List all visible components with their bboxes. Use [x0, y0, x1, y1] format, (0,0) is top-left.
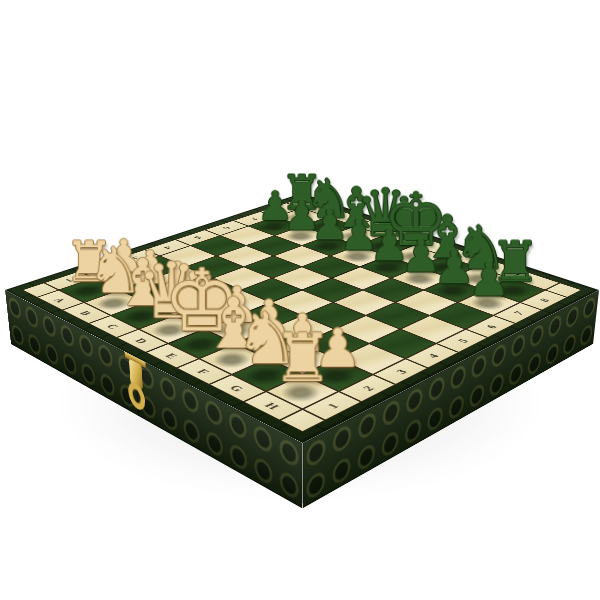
- label-cell: 2: [339, 375, 396, 402]
- square-c2: [146, 290, 208, 315]
- rank-label-right-1: 1: [324, 401, 341, 409]
- piece-shadow: [124, 281, 172, 300]
- piece-shadow: [490, 281, 538, 300]
- square-h5: [400, 315, 465, 343]
- square-h4: [369, 329, 436, 358]
- piece-shadow: [335, 248, 380, 265]
- piece-shadow: [365, 259, 411, 277]
- square-h6: [430, 302, 494, 329]
- square-e4: [271, 290, 333, 315]
- label-cell: H: [243, 391, 302, 420]
- square-f4: [302, 302, 366, 329]
- piece-shadow: [272, 379, 329, 406]
- rank-label-right-7: 7: [510, 310, 525, 316]
- label-cell: F: [176, 359, 231, 385]
- square-e2: [204, 315, 269, 343]
- piece-shadow: [89, 293, 138, 313]
- square-c1: [111, 302, 175, 329]
- piece-shadow: [306, 238, 350, 254]
- square-d3: [209, 290, 271, 315]
- label-cell: B: [62, 302, 111, 323]
- label-cell: 3: [373, 359, 428, 385]
- label-cell: 5: [436, 329, 488, 352]
- file-label-c: C: [105, 323, 122, 330]
- square-d1: [139, 315, 204, 343]
- perspective-wrapper: 8877665544332211ABCDEFGH ♜♞♝♛♚♝♞♜♟♟♟♟♟♟♟…: [0, 0, 600, 600]
- square-e1: [168, 329, 235, 358]
- rank-label-right-6: 6: [483, 323, 498, 329]
- piece-shadow-layer: [5, 193, 599, 443]
- file-label-a: A: [52, 297, 69, 304]
- piece-shadow: [306, 219, 348, 234]
- square-f1: [199, 343, 268, 374]
- square-f2: [235, 329, 302, 358]
- square-h1: [266, 375, 339, 410]
- square-g3: [302, 329, 369, 358]
- chess-set-photo: 8877665544332211ABCDEFGH ♜♞♝♛♚♝♞♜♟♟♟♟♟♟♟…: [0, 0, 600, 600]
- square-g5: [366, 302, 430, 329]
- square-d2: [175, 302, 239, 329]
- chess-board: 8877665544332211ABCDEFGH ♜♞♝♛♚♝♞♜♟♟♟♟♟♟♟…: [5, 193, 599, 443]
- square-h2: [302, 359, 373, 392]
- file-label-b: B: [78, 310, 95, 317]
- label-cell: 7: [493, 302, 542, 323]
- square-h7: [458, 290, 520, 315]
- piece-shadow: [463, 293, 512, 313]
- label-cell: G: [209, 375, 266, 402]
- square-f3: [269, 315, 334, 343]
- rank-label-right-2: 2: [359, 384, 376, 392]
- piece-shadow: [63, 281, 111, 300]
- label-cell: A: [37, 290, 84, 310]
- square-h3: [337, 343, 406, 374]
- file-label-h: H: [263, 401, 283, 411]
- piece-shadow: [396, 270, 443, 288]
- rank-label-right-8: 8: [536, 297, 551, 303]
- piece-shadow: [173, 333, 226, 356]
- label-cell: 4: [405, 343, 459, 368]
- square-g2: [268, 343, 337, 374]
- square-g4: [335, 315, 400, 343]
- rank-label-right-3: 3: [393, 368, 409, 375]
- file-label-f: F: [195, 367, 212, 375]
- piece-shadow: [180, 306, 230, 327]
- piece-shadow: [151, 293, 200, 313]
- label-cell: 8: [520, 290, 567, 310]
- piece-shadow: [144, 319, 196, 341]
- piece-shadow: [116, 306, 166, 327]
- file-label-g: G: [228, 383, 248, 392]
- rank-label-right-4: 4: [424, 352, 440, 359]
- file-label-d: D: [133, 337, 151, 345]
- file-label-e: E: [163, 352, 181, 360]
- piece-shadow: [273, 347, 327, 372]
- piece-shadow: [308, 363, 364, 389]
- square-f5: [333, 290, 395, 315]
- square-b1: [84, 290, 146, 315]
- label-cell: E: [146, 343, 200, 368]
- piece-shadow: [205, 347, 259, 372]
- piece-shadow: [237, 363, 293, 389]
- rank-label-right-5: 5: [454, 337, 470, 344]
- square-g6: [395, 290, 457, 315]
- clasp-ring: [126, 381, 147, 412]
- piece-shadow: [241, 333, 294, 356]
- square-g1: [232, 359, 303, 392]
- square-e3: [238, 302, 302, 329]
- label-cell: 6: [466, 315, 516, 337]
- piece-shadow: [429, 281, 477, 300]
- frame-cell: [280, 409, 326, 432]
- board-top-surface: 8877665544332211ABCDEFGH: [5, 193, 599, 443]
- label-cell: C: [88, 315, 138, 337]
- piece-shadow: [209, 319, 261, 341]
